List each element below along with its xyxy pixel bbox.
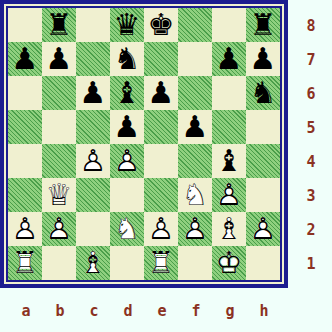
rank-label-8: 8 xyxy=(292,9,330,43)
rank-label-3: 3 xyxy=(292,179,330,213)
square-e7[interactable] xyxy=(144,42,178,76)
black-rook: ♜ xyxy=(246,8,280,42)
square-e2[interactable]: ♟♙ xyxy=(144,212,178,246)
square-d8[interactable]: ♛ xyxy=(110,8,144,42)
square-b5[interactable] xyxy=(42,110,76,144)
square-d6[interactable]: ♝ xyxy=(110,76,144,110)
black-pawn: ♟ xyxy=(246,42,280,76)
square-a3[interactable] xyxy=(8,178,42,212)
rank-label-4: 4 xyxy=(292,145,330,179)
black-bishop: ♝ xyxy=(110,76,144,110)
square-a8[interactable] xyxy=(8,8,42,42)
square-h4[interactable] xyxy=(246,144,280,178)
rank-label-6: 6 xyxy=(292,77,330,111)
white-bishop: ♝♗ xyxy=(212,212,246,246)
square-c2[interactable] xyxy=(76,212,110,246)
square-g7[interactable]: ♟ xyxy=(212,42,246,76)
white-pawn: ♟♙ xyxy=(144,212,178,246)
black-pawn: ♟ xyxy=(178,110,212,144)
white-bishop: ♝♗ xyxy=(76,246,110,280)
rank-label-1: 1 xyxy=(292,247,330,281)
square-c8[interactable] xyxy=(76,8,110,42)
square-b4[interactable] xyxy=(42,144,76,178)
chess-board: ♜♛♚♜♟♟♞♟♟♟♝♟♞♟♟♟♙♟♙♝♛♕♞♘♟♙♟♙♟♙♞♘♟♙♟♙♝♗♟♙… xyxy=(8,8,280,280)
square-c7[interactable] xyxy=(76,42,110,76)
file-label-e: e xyxy=(145,298,179,324)
square-c4[interactable]: ♟♙ xyxy=(76,144,110,178)
square-e6[interactable]: ♟ xyxy=(144,76,178,110)
rank-labels: 87654321 xyxy=(292,9,330,281)
square-c3[interactable] xyxy=(76,178,110,212)
square-h7[interactable]: ♟ xyxy=(246,42,280,76)
file-label-g: g xyxy=(213,298,247,324)
file-label-d: d xyxy=(111,298,145,324)
rank-label-2: 2 xyxy=(292,213,330,247)
square-f7[interactable] xyxy=(178,42,212,76)
board-frame: ♜♛♚♜♟♟♞♟♟♟♝♟♞♟♟♟♙♟♙♝♛♕♞♘♟♙♟♙♟♙♞♘♟♙♟♙♝♗♟♙… xyxy=(0,0,288,288)
square-h3[interactable] xyxy=(246,178,280,212)
square-g5[interactable] xyxy=(212,110,246,144)
file-label-c: c xyxy=(77,298,111,324)
square-g2[interactable]: ♝♗ xyxy=(212,212,246,246)
square-h5[interactable] xyxy=(246,110,280,144)
square-g6[interactable] xyxy=(212,76,246,110)
white-pawn: ♟♙ xyxy=(178,212,212,246)
white-queen: ♛♕ xyxy=(42,178,76,212)
square-c6[interactable]: ♟ xyxy=(76,76,110,110)
square-d5[interactable]: ♟ xyxy=(110,110,144,144)
white-pawn: ♟♙ xyxy=(212,178,246,212)
white-rook: ♜♖ xyxy=(8,246,42,280)
rank-label-5: 5 xyxy=(292,111,330,145)
square-a7[interactable]: ♟ xyxy=(8,42,42,76)
square-c1[interactable]: ♝♗ xyxy=(76,246,110,280)
white-pawn: ♟♙ xyxy=(110,144,144,178)
square-a4[interactable] xyxy=(8,144,42,178)
square-h6[interactable]: ♞ xyxy=(246,76,280,110)
square-f3[interactable]: ♞♘ xyxy=(178,178,212,212)
square-h2[interactable]: ♟♙ xyxy=(246,212,280,246)
chess-diagram: ♜♛♚♜♟♟♞♟♟♟♝♟♞♟♟♟♙♟♙♝♛♕♞♘♟♙♟♙♟♙♞♘♟♙♟♙♝♗♟♙… xyxy=(0,0,332,332)
black-rook: ♜ xyxy=(42,8,76,42)
black-queen: ♛ xyxy=(110,8,144,42)
white-knight: ♞♘ xyxy=(178,178,212,212)
white-pawn: ♟♙ xyxy=(42,212,76,246)
white-king: ♚♔ xyxy=(212,246,246,280)
square-g1[interactable]: ♚♔ xyxy=(212,246,246,280)
black-pawn: ♟ xyxy=(144,76,178,110)
black-pawn: ♟ xyxy=(42,42,76,76)
square-d2[interactable]: ♞♘ xyxy=(110,212,144,246)
file-labels: abcdefgh xyxy=(9,298,281,324)
square-g4[interactable]: ♝ xyxy=(212,144,246,178)
file-label-h: h xyxy=(247,298,281,324)
square-c5[interactable] xyxy=(76,110,110,144)
square-f4[interactable] xyxy=(178,144,212,178)
square-b8[interactable]: ♜ xyxy=(42,8,76,42)
black-pawn: ♟ xyxy=(212,42,246,76)
rank-label-7: 7 xyxy=(292,43,330,77)
board-inner-border: ♜♛♚♜♟♟♞♟♟♟♝♟♞♟♟♟♙♟♙♝♛♕♞♘♟♙♟♙♟♙♞♘♟♙♟♙♝♗♟♙… xyxy=(6,6,282,282)
square-f2[interactable]: ♟♙ xyxy=(178,212,212,246)
square-g3[interactable]: ♟♙ xyxy=(212,178,246,212)
square-a6[interactable] xyxy=(8,76,42,110)
square-e1[interactable]: ♜♖ xyxy=(144,246,178,280)
square-a1[interactable]: ♜♖ xyxy=(8,246,42,280)
white-pawn: ♟♙ xyxy=(8,212,42,246)
file-label-f: f xyxy=(179,298,213,324)
black-knight: ♞ xyxy=(246,76,280,110)
square-f6[interactable] xyxy=(178,76,212,110)
black-pawn: ♟ xyxy=(8,42,42,76)
black-pawn: ♟ xyxy=(110,110,144,144)
square-a5[interactable] xyxy=(8,110,42,144)
square-e3[interactable] xyxy=(144,178,178,212)
square-b7[interactable]: ♟ xyxy=(42,42,76,76)
square-b3[interactable]: ♛♕ xyxy=(42,178,76,212)
square-d1[interactable] xyxy=(110,246,144,280)
square-a2[interactable]: ♟♙ xyxy=(8,212,42,246)
square-d3[interactable] xyxy=(110,178,144,212)
white-knight: ♞♘ xyxy=(110,212,144,246)
black-knight: ♞ xyxy=(110,42,144,76)
square-d7[interactable]: ♞ xyxy=(110,42,144,76)
black-pawn: ♟ xyxy=(76,76,110,110)
square-d4[interactable]: ♟♙ xyxy=(110,144,144,178)
square-e8[interactable]: ♚ xyxy=(144,8,178,42)
file-label-a: a xyxy=(9,298,43,324)
square-h1[interactable] xyxy=(246,246,280,280)
square-b1[interactable] xyxy=(42,246,76,280)
square-b6[interactable] xyxy=(42,76,76,110)
white-pawn: ♟♙ xyxy=(246,212,280,246)
black-king: ♚ xyxy=(144,8,178,42)
square-e4[interactable] xyxy=(144,144,178,178)
square-b2[interactable]: ♟♙ xyxy=(42,212,76,246)
square-f5[interactable]: ♟ xyxy=(178,110,212,144)
file-label-b: b xyxy=(43,298,77,324)
square-f1[interactable] xyxy=(178,246,212,280)
square-h8[interactable]: ♜ xyxy=(246,8,280,42)
white-pawn: ♟♙ xyxy=(76,144,110,178)
square-e5[interactable] xyxy=(144,110,178,144)
white-rook: ♜♖ xyxy=(144,246,178,280)
square-f8[interactable] xyxy=(178,8,212,42)
black-bishop: ♝ xyxy=(212,144,246,178)
square-g8[interactable] xyxy=(212,8,246,42)
